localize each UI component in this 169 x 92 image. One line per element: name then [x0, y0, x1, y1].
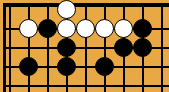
- stone-white-F18[interactable]: [95, 19, 114, 38]
- stone-black-D17[interactable]: [57, 38, 76, 57]
- stone-black-F16[interactable]: [95, 57, 114, 76]
- stone-black-H18[interactable]: [133, 19, 152, 38]
- stone-white-B18[interactable]: [19, 19, 38, 38]
- grid-line-horizontal-15: [6, 85, 169, 87]
- go-board: [0, 0, 169, 92]
- grid-line-vertical-J: [161, 6, 163, 92]
- board-edge-left: [3, 3, 6, 92]
- board-edge-top: [3, 3, 169, 7]
- grid-line-vertical-A: [9, 6, 11, 92]
- stone-black-H17[interactable]: [133, 38, 152, 57]
- stone-white-D18[interactable]: [57, 19, 76, 38]
- stone-black-G17[interactable]: [114, 38, 133, 57]
- stone-black-B16[interactable]: [19, 57, 38, 76]
- stone-black-D16[interactable]: [57, 57, 76, 76]
- stone-white-E18[interactable]: [76, 19, 95, 38]
- stone-black-C18[interactable]: [38, 19, 57, 38]
- stone-white-D19[interactable]: [57, 0, 76, 19]
- stone-white-G18[interactable]: [114, 19, 133, 38]
